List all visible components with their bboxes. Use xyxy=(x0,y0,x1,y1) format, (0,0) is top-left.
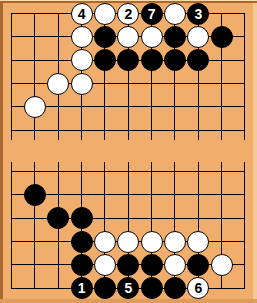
intersection xyxy=(47,230,70,253)
intersection: 7 xyxy=(140,2,163,25)
intersection xyxy=(0,230,23,253)
intersection xyxy=(163,207,186,230)
intersection xyxy=(140,253,163,276)
white-stone xyxy=(117,26,139,48)
intersection xyxy=(70,207,93,230)
white-stone xyxy=(141,231,163,253)
intersection xyxy=(47,95,70,118)
black-stone xyxy=(164,49,186,71)
intersection xyxy=(0,49,23,72)
board-frame-bottom xyxy=(0,299,257,303)
go-board-image: 4273 156 xyxy=(0,0,257,303)
black-stone xyxy=(141,277,163,299)
intersection xyxy=(70,230,93,253)
intersection xyxy=(140,119,163,142)
intersection xyxy=(117,119,140,142)
white-stone xyxy=(47,73,69,95)
intersection xyxy=(117,230,140,253)
intersection xyxy=(47,277,70,300)
intersection xyxy=(23,230,46,253)
white-stone xyxy=(187,231,209,253)
black-stone xyxy=(164,26,186,48)
intersection xyxy=(23,72,46,95)
black-stone xyxy=(94,277,116,299)
intersection xyxy=(70,160,93,183)
white-stone xyxy=(94,3,116,25)
intersection: 2 xyxy=(117,2,140,25)
intersection xyxy=(0,72,23,95)
intersection xyxy=(163,72,186,95)
intersection xyxy=(140,183,163,206)
black-stone xyxy=(141,254,163,276)
intersection xyxy=(0,95,23,118)
black-stone-move-3: 3 xyxy=(187,3,209,25)
black-stone xyxy=(71,231,93,253)
go-diagram-bottom-edge: 156 xyxy=(0,160,257,300)
white-stone xyxy=(211,254,233,276)
intersection xyxy=(140,72,163,95)
intersection xyxy=(93,253,116,276)
intersection xyxy=(187,119,210,142)
intersection xyxy=(70,72,93,95)
intersection xyxy=(210,277,233,300)
intersection xyxy=(47,119,70,142)
intersection xyxy=(163,253,186,276)
black-stone xyxy=(187,49,209,71)
intersection xyxy=(70,49,93,72)
intersection xyxy=(210,160,233,183)
white-stone xyxy=(71,26,93,48)
intersection xyxy=(0,253,23,276)
intersection xyxy=(93,95,116,118)
intersection xyxy=(117,72,140,95)
intersection xyxy=(0,277,23,300)
intersection xyxy=(93,183,116,206)
intersection xyxy=(210,95,233,118)
intersection xyxy=(117,253,140,276)
intersection xyxy=(117,183,140,206)
intersection xyxy=(93,25,116,48)
intersection xyxy=(140,160,163,183)
intersection xyxy=(0,119,23,142)
intersection xyxy=(163,230,186,253)
black-stone xyxy=(94,49,116,71)
intersection xyxy=(93,207,116,230)
intersection xyxy=(23,277,46,300)
white-stone xyxy=(94,231,116,253)
black-stone xyxy=(187,254,209,276)
intersection: 4 xyxy=(70,2,93,25)
white-stone-move-6: 6 xyxy=(187,277,209,299)
intersection xyxy=(0,183,23,206)
intersection xyxy=(163,95,186,118)
intersection xyxy=(210,119,233,142)
intersection xyxy=(93,119,116,142)
white-stone xyxy=(117,231,139,253)
intersection xyxy=(47,160,70,183)
intersection xyxy=(47,25,70,48)
intersection xyxy=(117,49,140,72)
intersection xyxy=(163,119,186,142)
black-stone xyxy=(71,207,93,229)
white-stone xyxy=(164,3,186,25)
black-stone xyxy=(117,49,139,71)
intersection xyxy=(187,230,210,253)
black-stone xyxy=(47,207,69,229)
board-frame-right xyxy=(253,0,257,303)
intersection xyxy=(23,95,46,118)
intersection xyxy=(117,25,140,48)
intersection xyxy=(70,95,93,118)
intersection xyxy=(210,2,233,25)
intersection xyxy=(140,25,163,48)
white-stone xyxy=(141,26,163,48)
intersection xyxy=(163,49,186,72)
white-stone xyxy=(164,254,186,276)
intersection xyxy=(23,207,46,230)
intersection xyxy=(23,253,46,276)
white-stone xyxy=(94,254,116,276)
intersection xyxy=(140,49,163,72)
intersection xyxy=(210,253,233,276)
intersection xyxy=(163,25,186,48)
intersection xyxy=(210,49,233,72)
intersection xyxy=(93,72,116,95)
black-stone-move-1: 1 xyxy=(71,277,93,299)
white-stone xyxy=(71,73,93,95)
intersection xyxy=(163,160,186,183)
intersection xyxy=(23,2,46,25)
intersection xyxy=(70,253,93,276)
intersection xyxy=(187,25,210,48)
intersection xyxy=(117,207,140,230)
intersection xyxy=(187,253,210,276)
intersection xyxy=(140,95,163,118)
black-stone xyxy=(94,26,116,48)
intersection xyxy=(23,160,46,183)
intersection xyxy=(23,49,46,72)
white-stone-move-2: 2 xyxy=(117,3,139,25)
intersection xyxy=(93,49,116,72)
intersection xyxy=(0,207,23,230)
intersection xyxy=(23,183,46,206)
intersection xyxy=(163,277,186,300)
intersection xyxy=(210,25,233,48)
intersection xyxy=(70,119,93,142)
intersection xyxy=(163,183,186,206)
intersection xyxy=(47,253,70,276)
intersection xyxy=(210,230,233,253)
intersection xyxy=(187,207,210,230)
intersection xyxy=(187,183,210,206)
intersection xyxy=(187,49,210,72)
intersection xyxy=(210,207,233,230)
intersection xyxy=(47,183,70,206)
intersection xyxy=(140,207,163,230)
white-stone xyxy=(24,96,46,118)
white-stone-move-4: 4 xyxy=(71,3,93,25)
intersection xyxy=(93,277,116,300)
black-stone-move-5: 5 xyxy=(117,277,139,299)
white-stone xyxy=(187,26,209,48)
intersection xyxy=(47,49,70,72)
intersection xyxy=(140,277,163,300)
intersection xyxy=(93,160,116,183)
intersection xyxy=(23,119,46,142)
intersection xyxy=(187,72,210,95)
intersection: 6 xyxy=(187,277,210,300)
intersection xyxy=(93,2,116,25)
intersection xyxy=(210,183,233,206)
intersection xyxy=(0,160,23,183)
intersection xyxy=(187,160,210,183)
black-stone xyxy=(211,26,233,48)
intersection xyxy=(210,72,233,95)
black-stone-move-7: 7 xyxy=(141,3,163,25)
intersection xyxy=(140,230,163,253)
intersection xyxy=(117,95,140,118)
intersection xyxy=(47,2,70,25)
board-frame-left xyxy=(0,0,3,303)
board-frame-top xyxy=(0,0,257,3)
intersection: 5 xyxy=(117,277,140,300)
intersection xyxy=(47,207,70,230)
white-stone xyxy=(164,231,186,253)
intersection xyxy=(47,72,70,95)
intersection xyxy=(0,25,23,48)
intersection xyxy=(0,2,23,25)
go-diagram-top-edge: 4273 xyxy=(0,2,257,142)
intersection xyxy=(187,95,210,118)
intersection xyxy=(23,25,46,48)
intersection xyxy=(93,230,116,253)
intersection: 3 xyxy=(187,2,210,25)
intersection xyxy=(117,160,140,183)
black-stone xyxy=(141,49,163,71)
intersection xyxy=(163,2,186,25)
black-stone xyxy=(71,254,93,276)
black-stone xyxy=(24,184,46,206)
black-stone xyxy=(117,254,139,276)
intersection: 1 xyxy=(70,277,93,300)
white-stone xyxy=(71,49,93,71)
black-stone xyxy=(164,277,186,299)
intersection xyxy=(70,183,93,206)
intersection xyxy=(70,25,93,48)
